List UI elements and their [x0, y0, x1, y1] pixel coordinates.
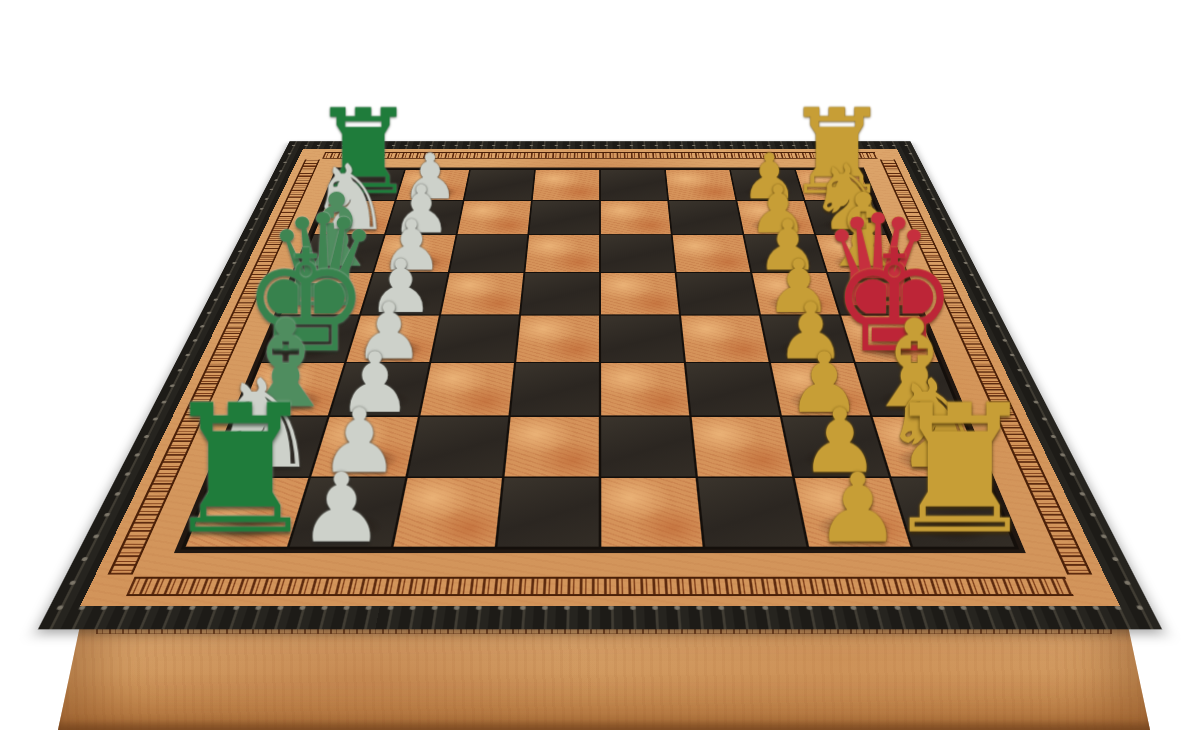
cell-a3	[464, 170, 535, 201]
board-3d-tilt: ♜♟♟♜♞♟♟♞♝♟♟♝♛♟♟♛♚♟♟♚♝♟♟♝♞♟♟♞♜♟♟♜	[38, 141, 1162, 629]
piece-black-rook[interactable]: ♜	[880, 386, 1039, 555]
cell-h8: ♜	[889, 477, 1014, 547]
cell-a4	[532, 170, 600, 201]
cell-b6	[668, 201, 743, 235]
pieces-layer: ♜♟♟♜♞♟♟♞♝♟♟♝♛♟♟♛♚♟♟♚♝♟♟♝♞♟♟♞♜♟♟♜	[186, 170, 1015, 547]
cell-d4	[520, 273, 600, 315]
cell-g4	[504, 416, 600, 477]
cell-h3	[393, 477, 504, 547]
cell-e5	[600, 315, 685, 362]
piece-white-pawn[interactable]: ♟	[299, 462, 385, 553]
cell-c4	[525, 235, 600, 273]
cell-c3	[449, 235, 528, 273]
cell-f3	[420, 362, 516, 415]
cell-a5	[600, 170, 668, 201]
board-panel: ♜♟♟♜♞♟♟♞♝♟♟♝♛♟♟♛♚♟♟♚♝♟♟♝♞♟♟♞♜♟♟♜	[38, 141, 1162, 629]
cell-f5	[600, 362, 690, 415]
cell-e4	[515, 315, 600, 362]
piece-black-pawn[interactable]: ♟	[815, 462, 901, 553]
cell-a6	[665, 170, 736, 201]
leather-border: ♜♟♟♜♞♟♟♞♝♟♟♝♛♟♟♛♚♟♟♚♝♟♟♝♞♟♟♞♜♟♟♜	[80, 149, 1119, 606]
cell-e6	[680, 315, 769, 362]
cell-d3	[441, 273, 525, 315]
cell-b5	[600, 201, 672, 235]
cell-g5	[600, 416, 696, 477]
cell-h4	[496, 477, 600, 547]
cell-h1: ♜	[186, 477, 311, 547]
cell-g3	[407, 416, 510, 477]
cell-c6	[672, 235, 751, 273]
cell-b3	[457, 201, 532, 235]
cell-b4	[528, 201, 600, 235]
cell-h7: ♟	[793, 477, 911, 547]
piece-white-rook[interactable]: ♜	[160, 386, 319, 555]
filigree-band-bottom	[126, 577, 1074, 596]
cell-h5	[600, 477, 704, 547]
cell-d5	[600, 273, 680, 315]
cell-f4	[510, 362, 600, 415]
cell-c5	[600, 235, 675, 273]
cell-g6	[690, 416, 793, 477]
cell-d6	[675, 273, 759, 315]
chess-set-photo: ♜♟♟♜♞♟♟♞♝♟♟♝♛♟♟♛♚♟♟♚♝♟♟♝♞♟♟♞♜♟♟♜	[0, 0, 1200, 742]
cell-h6	[696, 477, 807, 547]
cell-f6	[685, 362, 781, 415]
cell-h2: ♟	[289, 477, 407, 547]
cell-e3	[431, 315, 520, 362]
